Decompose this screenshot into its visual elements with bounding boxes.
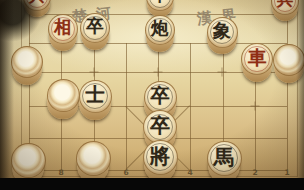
xiangqi-board[interactable]: 楚河 漢界 987654321 兵卒兵相卒炮象車士卒卒將馬 [0, 0, 304, 179]
bottom-letterbox-bar [0, 178, 304, 190]
piece-h6-red-chariot[interactable]: 車 [241, 43, 273, 75]
point-marker [218, 68, 227, 77]
grid-line [190, 43, 191, 170]
piece-e9-black-general[interactable]: 將 [143, 140, 178, 175]
piece-character: 卒 [86, 18, 103, 35]
piece-character: 卒 [150, 86, 169, 105]
file-number-1: 1 [284, 168, 289, 177]
piece-character: 兵 [277, 0, 293, 8]
piece-facedown-top [273, 44, 304, 76]
piece-b5-red-elephant[interactable]: 相 [48, 14, 78, 44]
game-screen: 楚河 漢界 987654321 兵卒兵相卒炮象車士卒卒將馬 [0, 0, 304, 190]
grid-line [287, 14, 288, 170]
piece-e7-black-soldier[interactable]: 卒 [144, 81, 177, 114]
grid-line [297, 0, 298, 176]
point-marker [90, 68, 99, 77]
piece-facedown-top [47, 79, 80, 112]
piece-character: 象 [213, 22, 231, 40]
piece-top: 馬 [207, 141, 242, 176]
piece-e5-black-cannon[interactable]: 炮 [145, 15, 175, 45]
piece-g5-black-elephant[interactable]: 象 [207, 17, 238, 48]
point-marker [154, 68, 163, 77]
piece-facedown-top [76, 141, 111, 176]
file-number-6: 6 [123, 168, 128, 177]
piece-character: 兵 [29, 0, 45, 4]
piece-top: 象 [207, 17, 238, 48]
piece-top: 士 [79, 80, 112, 113]
piece-c7-black-advisor[interactable]: 士 [79, 80, 112, 113]
piece-a6-facedown-piece[interactable] [11, 46, 43, 78]
piece-top: 炮 [145, 15, 175, 45]
piece-facedown-top [11, 143, 46, 178]
piece-b7-facedown-piece[interactable] [47, 79, 80, 112]
piece-character: 馬 [214, 147, 234, 167]
piece-top: 卒 [80, 13, 110, 43]
piece-i4-red-soldier[interactable]: 兵 [271, 0, 299, 15]
piece-character: 士 [85, 85, 104, 104]
piece-character: 卒 [150, 116, 170, 136]
point-marker [251, 102, 260, 111]
file-number-4: 4 [187, 168, 192, 177]
piece-character: 相 [54, 19, 71, 36]
file-number-8: 8 [58, 168, 63, 177]
file-number-2: 2 [252, 168, 257, 177]
piece-c5-black-soldier[interactable]: 卒 [80, 13, 110, 43]
piece-c9-facedown-piece[interactable] [76, 141, 111, 176]
piece-a4-red-soldier[interactable]: 兵 [23, 0, 51, 11]
piece-i6-facedown-piece[interactable] [273, 44, 304, 76]
piece-top: 卒 [144, 81, 177, 114]
piece-character: 炮 [151, 20, 168, 37]
piece-top: 車 [241, 43, 273, 75]
piece-g9-black-horse[interactable]: 馬 [207, 141, 242, 176]
piece-facedown-top [11, 46, 43, 78]
piece-character: 車 [248, 49, 267, 68]
piece-a9-facedown-piece[interactable] [11, 143, 46, 178]
piece-top: 相 [48, 14, 78, 44]
piece-e4-black-soldier[interactable]: 卒 [146, 0, 174, 11]
piece-top: 將 [143, 140, 178, 175]
piece-character: 卒 [152, 0, 168, 4]
piece-character: 將 [150, 146, 170, 166]
